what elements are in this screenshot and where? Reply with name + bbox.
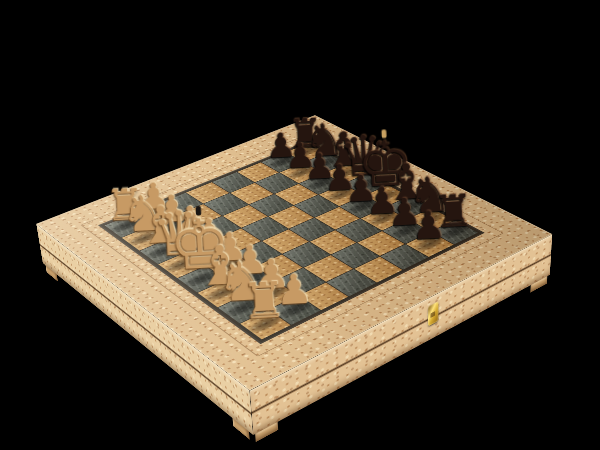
- box-foot: [255, 422, 278, 442]
- brass-latch: [428, 301, 438, 326]
- white-rook-glyph: ♜: [223, 269, 304, 326]
- chess-box: ♜♞♝♛♚♝♞♜♟♟♟♟♟♟♟♟♟♟♟♟♟♟♟♟♜♞♝♛♚♝♞♜: [36, 115, 552, 390]
- scene: ♜♞♝♛♚♝♞♜♟♟♟♟♟♟♟♟♟♟♟♟♟♟♟♟♜♞♝♛♚♝♞♜: [0, 0, 600, 450]
- box-foot: [45, 265, 58, 282]
- photo-background: ♜♞♝♛♚♝♞♜♟♟♟♟♟♟♟♟♟♟♟♟♟♟♟♟♜♞♝♛♚♝♞♜: [0, 0, 600, 450]
- box-foot: [232, 418, 249, 440]
- black-pawn-glyph: ♟: [391, 200, 465, 246]
- box-foot: [530, 276, 547, 293]
- chess-box-lid: ♜♞♝♛♚♝♞♜♟♟♟♟♟♟♟♟♟♟♟♟♟♟♟♟♜♞♝♛♚♝♞♜: [36, 115, 552, 390]
- king-finial-light: [381, 129, 386, 138]
- king-finial-dark: [195, 206, 201, 216]
